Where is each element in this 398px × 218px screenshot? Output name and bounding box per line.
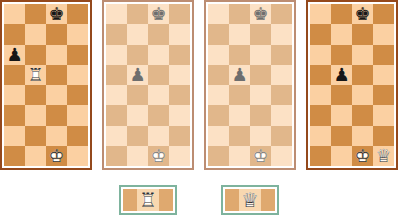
- board-3-square-c2-r7: ♚♔: [250, 146, 271, 166]
- board-4-square-c0-r5: [310, 105, 331, 125]
- board-1-square-c3-r1: [67, 24, 88, 44]
- board-1-square-c1-r5: [25, 105, 46, 125]
- board-position-3[interactable]: ♚♟♚♔: [204, 0, 296, 170]
- board-1-square-c0-r0: [4, 4, 25, 24]
- black-king-icon: ♚: [46, 4, 67, 24]
- board-2-square-c1-r6: [127, 126, 148, 146]
- board-4-square-c0-r4: [310, 85, 331, 105]
- board-2-square-c2-r3: [148, 65, 169, 85]
- board-3-square-c3-r3: [271, 65, 292, 85]
- board-2-square-c2-r6: [148, 126, 169, 146]
- board-3-square-c3-r7: [271, 146, 292, 166]
- board-2-square-c0-r5: [106, 105, 127, 125]
- board-4-square-c2-r5: [352, 105, 373, 125]
- board-2-square-c0-r0: [106, 4, 127, 24]
- board-3-square-c3-r1: [271, 24, 292, 44]
- board-1-square-c1-r6: [25, 126, 46, 146]
- board-4-square-c3-r1: [373, 24, 394, 44]
- board-2-square-c0-r1: [106, 24, 127, 44]
- board-1-square-c1-r4: [25, 85, 46, 105]
- board-2-square-c3-r6: [169, 126, 190, 146]
- board-1-square-c0-r3: [4, 65, 25, 85]
- board-1-square-c3-r2: [67, 45, 88, 65]
- board-2-square-c1-r7: [127, 146, 148, 166]
- white-rook-icon: ♜♖: [137, 189, 159, 211]
- board-position-2[interactable]: ♚♟♚♔: [102, 0, 194, 170]
- board-3-square-c2-r1: [250, 24, 271, 44]
- board-2-square-c0-r6: [106, 126, 127, 146]
- board-1-square-c0-r6: [4, 126, 25, 146]
- board-3-square-c1-r4: [229, 85, 250, 105]
- board-3-square-c1-r1: [229, 24, 250, 44]
- board-1-square-c3-r3: [67, 65, 88, 85]
- board-2-square-c3-r2: [169, 45, 190, 65]
- board-4-square-c2-r3: [352, 65, 373, 85]
- tray-square-left: [225, 189, 239, 211]
- board-2-square-c3-r3: [169, 65, 190, 85]
- board-column-3: ♚♟♚♔ ♛♕: [204, 0, 296, 215]
- board-2-square-c2-r7: ♚♔: [148, 146, 169, 166]
- board-4-square-c3-r6: [373, 126, 394, 146]
- board-3-square-c1-r5: [229, 105, 250, 125]
- board-1-square-c2-r3: [46, 65, 67, 85]
- board-3-square-c3-r6: [271, 126, 292, 146]
- board-4-square-c3-r2: [373, 45, 394, 65]
- board-1-square-c0-r4: [4, 85, 25, 105]
- board-1-square-c1-r7: [25, 146, 46, 166]
- board-4-square-c1-r6: [331, 126, 352, 146]
- board-4-square-c3-r7: ♛♕: [373, 146, 394, 166]
- board-4-square-c1-r3: ♟: [331, 65, 352, 85]
- board-3-square-c1-r2: [229, 45, 250, 65]
- board-2-square-c0-r4: [106, 85, 127, 105]
- black-pawn-icon: ♟: [4, 45, 25, 65]
- board-2-square-c1-r0: [127, 4, 148, 24]
- board-2-square-c2-r5: [148, 105, 169, 125]
- board-2-square-c1-r1: [127, 24, 148, 44]
- board-4-square-c1-r2: [331, 45, 352, 65]
- move-choice-queen[interactable]: ♛♕: [221, 185, 279, 215]
- board-3-square-c1-r0: [229, 4, 250, 24]
- board-3-square-c0-r6: [208, 126, 229, 146]
- board-1-square-c2-r2: [46, 45, 67, 65]
- board-4-square-c1-r5: [331, 105, 352, 125]
- board-2-square-c1-r2: [127, 45, 148, 65]
- board-1-square-c0-r7: [4, 146, 25, 166]
- board-4-square-c2-r7: ♚♔: [352, 146, 373, 166]
- chess-lesson-strip: ♚♟♜♖♚♔ ♚♟♚♔ ♜♖ ♚♟♚♔ ♛♕ ♚♟♚♔♛♕: [0, 0, 398, 215]
- board-4-square-c2-r1: [352, 24, 373, 44]
- board-4-square-c2-r2: [352, 45, 373, 65]
- board-4-square-c3-r0: [373, 4, 394, 24]
- board-3-square-c3-r5: [271, 105, 292, 125]
- board-1-square-c3-r5: [67, 105, 88, 125]
- board-1-square-c2-r1: [46, 24, 67, 44]
- board-4-square-c1-r1: [331, 24, 352, 44]
- board-4-square-c0-r1: [310, 24, 331, 44]
- board-2-square-c3-r4: [169, 85, 190, 105]
- board-3-square-c1-r7: [229, 146, 250, 166]
- board-1-square-c1-r1: [25, 24, 46, 44]
- board-3-square-c0-r1: [208, 24, 229, 44]
- board-4-square-c2-r0: ♚: [352, 4, 373, 24]
- tray-square-left: [123, 189, 137, 211]
- tray-square-right: [261, 189, 275, 211]
- white-king-icon: ♚♔: [352, 146, 373, 166]
- board-position-4[interactable]: ♚♟♚♔♛♕: [306, 0, 398, 170]
- board-4-square-c0-r6: [310, 126, 331, 146]
- board-3-square-c1-r6: [229, 126, 250, 146]
- black-king-icon: ♚: [250, 4, 271, 24]
- board-4-square-c3-r4: [373, 85, 394, 105]
- board-2-square-c1-r3: ♟: [127, 65, 148, 85]
- board-1-square-c2-r7: ♚♔: [46, 146, 67, 166]
- board-4-square-c1-r7: [331, 146, 352, 166]
- board-3-square-c3-r2: [271, 45, 292, 65]
- board-column-2: ♚♟♚♔ ♜♖: [102, 0, 194, 215]
- board-1-square-c2-r0: ♚: [46, 4, 67, 24]
- tray-square-right: [159, 189, 173, 211]
- board-2-square-c2-r2: [148, 45, 169, 65]
- board-2-square-c3-r0: [169, 4, 190, 24]
- board-column-4: ♚♟♚♔♛♕: [306, 0, 398, 170]
- board-2-square-c1-r5: [127, 105, 148, 125]
- black-pawn-icon: ♟: [229, 65, 250, 85]
- board-1-square-c0-r2: ♟: [4, 45, 25, 65]
- white-king-icon: ♚♔: [148, 146, 169, 166]
- board-2-square-c0-r7: [106, 146, 127, 166]
- board-3-square-c3-r0: [271, 4, 292, 24]
- white-queen-icon: ♛♕: [373, 146, 394, 166]
- black-king-icon: ♚: [352, 4, 373, 24]
- board-4-square-c1-r4: [331, 85, 352, 105]
- board-3-square-c0-r2: [208, 45, 229, 65]
- board-3-square-c2-r2: [250, 45, 271, 65]
- board-4-square-c0-r2: [310, 45, 331, 65]
- board-4-square-c0-r3: [310, 65, 331, 85]
- white-rook-icon: ♜♖: [25, 65, 46, 85]
- board-2-square-c2-r4: [148, 85, 169, 105]
- board-1-square-c3-r0: [67, 4, 88, 24]
- board-3-square-c0-r5: [208, 105, 229, 125]
- board-3-square-c2-r4: [250, 85, 271, 105]
- board-4-square-c3-r5: [373, 105, 394, 125]
- board-2-square-c2-r1: [148, 24, 169, 44]
- board-3-square-c0-r4: [208, 85, 229, 105]
- tray-square-center: ♜♖: [137, 189, 159, 211]
- board-3-square-c0-r7: [208, 146, 229, 166]
- black-pawn-icon: ♟: [331, 65, 352, 85]
- board-1-square-c2-r6: [46, 126, 67, 146]
- board-1-square-c2-r4: [46, 85, 67, 105]
- board-2-square-c3-r7: [169, 146, 190, 166]
- board-3-square-c2-r3: [250, 65, 271, 85]
- board-column-1: ♚♟♜♖♚♔: [0, 0, 92, 170]
- tray-square-center: ♛♕: [239, 189, 261, 211]
- board-2-square-c0-r3: [106, 65, 127, 85]
- board-4-square-c1-r0: [331, 4, 352, 24]
- board-1-square-c1-r3: ♜♖: [25, 65, 46, 85]
- board-3-square-c3-r4: [271, 85, 292, 105]
- white-queen-icon: ♛♕: [239, 189, 261, 211]
- board-1-square-c2-r5: [46, 105, 67, 125]
- board-position-1[interactable]: ♚♟♜♖♚♔: [0, 0, 92, 170]
- board-3-square-c2-r0: ♚: [250, 4, 271, 24]
- board-2-square-c3-r5: [169, 105, 190, 125]
- board-4-square-c2-r6: [352, 126, 373, 146]
- board-1-square-c3-r7: [67, 146, 88, 166]
- board-4-square-c0-r0: [310, 4, 331, 24]
- board-1-square-c1-r2: [25, 45, 46, 65]
- board-3-square-c0-r0: [208, 4, 229, 24]
- white-king-icon: ♚♔: [250, 146, 271, 166]
- board-2-square-c1-r4: [127, 85, 148, 105]
- board-2-square-c3-r1: [169, 24, 190, 44]
- board-4-square-c3-r3: [373, 65, 394, 85]
- black-pawn-icon: ♟: [127, 65, 148, 85]
- board-3-square-c0-r3: [208, 65, 229, 85]
- board-1-square-c1-r0: [25, 4, 46, 24]
- white-king-icon: ♚♔: [46, 146, 67, 166]
- board-1-square-c0-r1: [4, 24, 25, 44]
- board-3-square-c2-r5: [250, 105, 271, 125]
- board-4-square-c0-r7: [310, 146, 331, 166]
- board-1-square-c0-r5: [4, 105, 25, 125]
- board-2-square-c0-r2: [106, 45, 127, 65]
- move-choice-rook[interactable]: ♜♖: [119, 185, 177, 215]
- board-4-square-c2-r4: [352, 85, 373, 105]
- board-1-square-c3-r6: [67, 126, 88, 146]
- board-1-square-c3-r4: [67, 85, 88, 105]
- black-king-icon: ♚: [148, 4, 169, 24]
- board-2-square-c2-r0: ♚: [148, 4, 169, 24]
- board-3-square-c2-r6: [250, 126, 271, 146]
- board-3-square-c1-r3: ♟: [229, 65, 250, 85]
